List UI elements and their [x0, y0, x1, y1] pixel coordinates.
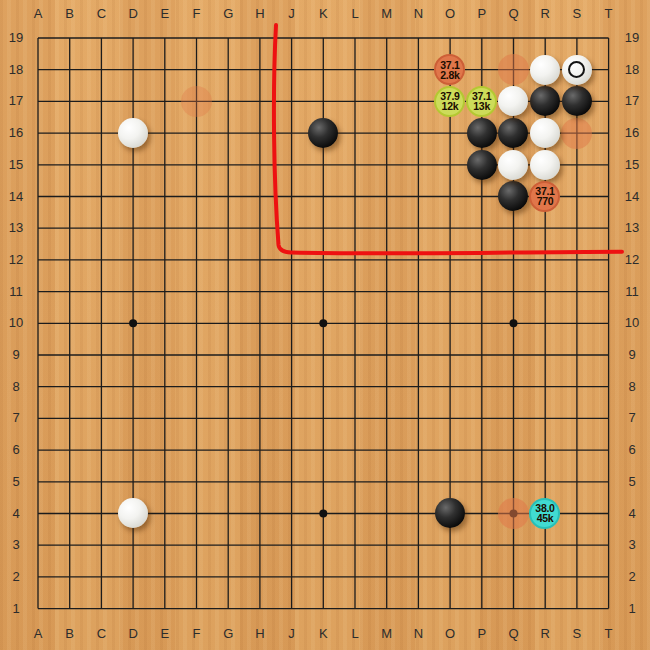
white-stone-S18 [562, 55, 592, 85]
label-col-top-B: B [56, 6, 84, 22]
visits-value: 770 [537, 196, 554, 206]
label-col-top-D: D [119, 6, 147, 22]
label-col-bottom-D: D [119, 626, 147, 642]
go-board[interactable]: ABCDEFGHJKLMNOPQRST ABCDEFGHJKLMNOPQRST … [0, 0, 650, 650]
label-row-left-11: 11 [2, 284, 30, 300]
label-row-left-16: 16 [2, 125, 30, 141]
label-col-bottom-E: E [151, 626, 179, 642]
label-row-left-15: 15 [2, 157, 30, 173]
white-stone-Q15 [498, 150, 528, 180]
label-col-bottom-H: H [246, 626, 274, 642]
black-stone-O4 [435, 498, 465, 528]
label-col-bottom-A: A [24, 626, 52, 642]
label-col-bottom-L: L [341, 626, 369, 642]
label-row-left-3: 3 [2, 537, 30, 553]
label-row-right-14: 14 [618, 189, 646, 205]
label-row-left-14: 14 [2, 189, 30, 205]
label-row-right-5: 5 [618, 474, 646, 490]
label-col-top-M: M [373, 6, 401, 22]
label-col-bottom-Q: Q [500, 626, 528, 642]
label-col-top-O: O [436, 6, 464, 22]
label-col-bottom-T: T [595, 626, 623, 642]
label-row-left-13: 13 [2, 220, 30, 236]
label-row-left-9: 9 [2, 347, 30, 363]
label-row-right-13: 13 [618, 220, 646, 236]
label-col-top-G: G [214, 6, 242, 22]
visits-value: 13k [473, 101, 490, 111]
black-stone-S17 [562, 86, 592, 116]
label-col-bottom-P: P [468, 626, 496, 642]
white-stone-D16 [118, 118, 148, 148]
policy-ghost-F17 [181, 86, 212, 117]
label-col-top-R: R [531, 6, 559, 22]
label-col-top-S: S [563, 6, 591, 22]
label-row-left-12: 12 [2, 252, 30, 268]
label-row-right-2: 2 [618, 569, 646, 585]
suggested-move-P17[interactable]: 37.113k [466, 86, 497, 117]
visits-value: 45k [537, 513, 554, 523]
label-col-bottom-J: J [278, 626, 306, 642]
label-row-left-8: 8 [2, 379, 30, 395]
label-col-top-L: L [341, 6, 369, 22]
label-row-right-15: 15 [618, 157, 646, 173]
label-col-bottom-O: O [436, 626, 464, 642]
label-row-right-19: 19 [618, 30, 646, 46]
label-col-bottom-G: G [214, 626, 242, 642]
label-row-left-6: 6 [2, 442, 30, 458]
label-row-right-17: 17 [618, 93, 646, 109]
label-row-left-4: 4 [2, 506, 30, 522]
label-row-right-7: 7 [618, 410, 646, 426]
label-row-left-1: 1 [2, 601, 30, 617]
visits-value: 2.8k [440, 70, 459, 80]
black-stone-Q14 [498, 181, 528, 211]
white-stone-R15 [530, 150, 560, 180]
label-row-left-2: 2 [2, 569, 30, 585]
label-col-bottom-B: B [56, 626, 84, 642]
policy-ghost-S16 [561, 118, 592, 149]
label-row-left-7: 7 [2, 410, 30, 426]
label-col-top-Q: Q [500, 6, 528, 22]
label-col-bottom-F: F [183, 626, 211, 642]
policy-ghost-Q4 [498, 498, 529, 529]
label-col-bottom-K: K [309, 626, 337, 642]
label-row-right-8: 8 [618, 379, 646, 395]
label-row-right-18: 18 [618, 62, 646, 78]
white-stone-R16 [530, 118, 560, 148]
black-stone-Q16 [498, 118, 528, 148]
label-col-top-A: A [24, 6, 52, 22]
label-row-right-4: 4 [618, 506, 646, 522]
suggested-move-R14[interactable]: 37.1770 [529, 181, 560, 212]
label-row-right-11: 11 [618, 284, 646, 300]
label-row-right-6: 6 [618, 442, 646, 458]
suggested-move-O17[interactable]: 37.912k [434, 86, 465, 117]
label-col-bottom-C: C [87, 626, 115, 642]
label-row-left-5: 5 [2, 474, 30, 490]
label-col-bottom-N: N [404, 626, 432, 642]
suggested-move-O18[interactable]: 37.12.8k [434, 54, 465, 85]
label-row-left-10: 10 [2, 315, 30, 331]
suggested-move-R4[interactable]: 38.045k [529, 498, 560, 529]
label-col-top-C: C [87, 6, 115, 22]
label-col-top-N: N [404, 6, 432, 22]
black-stone-P15 [467, 150, 497, 180]
label-row-right-9: 9 [618, 347, 646, 363]
label-row-right-16: 16 [618, 125, 646, 141]
label-row-right-12: 12 [618, 252, 646, 268]
white-stone-R18 [530, 55, 560, 85]
label-col-top-H: H [246, 6, 274, 22]
last-move-marker-icon [568, 61, 585, 78]
label-col-top-F: F [183, 6, 211, 22]
label-row-right-3: 3 [618, 537, 646, 553]
black-stone-P16 [467, 118, 497, 148]
black-stone-R17 [530, 86, 560, 116]
policy-ghost-Q18 [498, 54, 529, 85]
label-col-bottom-S: S [563, 626, 591, 642]
label-col-top-J: J [278, 6, 306, 22]
label-col-top-E: E [151, 6, 179, 22]
stones-layer: 37.12.8k37.912k37.113k37.177038.045k [22, 22, 624, 624]
label-row-right-10: 10 [618, 315, 646, 331]
label-col-top-K: K [309, 6, 337, 22]
label-row-left-19: 19 [2, 30, 30, 46]
label-row-right-1: 1 [618, 601, 646, 617]
black-stone-K16 [308, 118, 338, 148]
visits-value: 12k [442, 101, 459, 111]
label-row-left-17: 17 [2, 93, 30, 109]
white-stone-D4 [118, 498, 148, 528]
white-stone-Q17 [498, 86, 528, 116]
label-col-bottom-R: R [531, 626, 559, 642]
label-col-top-P: P [468, 6, 496, 22]
label-col-top-T: T [595, 6, 623, 22]
label-col-bottom-M: M [373, 626, 401, 642]
label-row-left-18: 18 [2, 62, 30, 78]
